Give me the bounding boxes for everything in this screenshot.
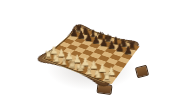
product-photo-scene: ♜♞♝♛♚♝♞♜♟♟♟♟♟♟♟♟♟♟♟♟♟♟♟♟♜♞♝♛♚♝♞♜ xyxy=(0,0,175,105)
